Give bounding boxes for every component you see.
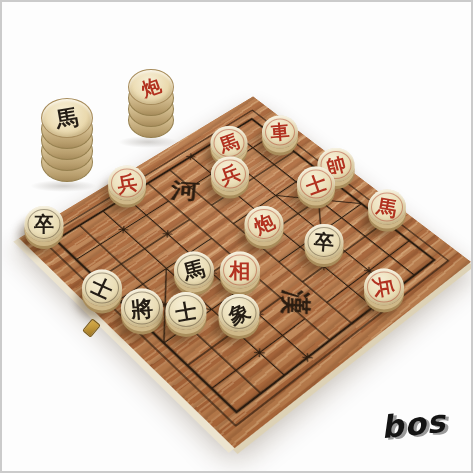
- watermark-text: bos: [379, 403, 447, 446]
- piece-character: 兵: [105, 162, 149, 203]
- stack-top-face: 馬: [41, 98, 93, 138]
- piece-character: 車: [261, 114, 300, 150]
- piece-character: 卒: [25, 206, 64, 242]
- piece-red: 兵: [364, 269, 404, 306]
- piece-character: 士: [163, 289, 210, 334]
- piece-stack-right: 炮: [128, 69, 174, 142]
- piece-red: 車: [262, 116, 298, 149]
- piece-character: 象: [212, 287, 265, 339]
- piece-red: 兵: [211, 157, 249, 192]
- piece-black: 馬: [174, 252, 214, 289]
- piece-stack-left: 馬: [41, 98, 93, 186]
- piece-character: 卒: [303, 222, 345, 261]
- piece-red: 相: [220, 252, 260, 289]
- piece-red: 馬: [368, 190, 406, 225]
- piece-black: 士: [166, 292, 207, 330]
- product-photo: 河漢 車馬帥兵兵士馬炮卒卒馬相兵士將士象 馬炮 bos: [0, 0, 473, 473]
- piece-character: 兵: [206, 151, 254, 197]
- stack-top-face: 炮: [128, 69, 174, 105]
- piece-character: 馬: [170, 247, 218, 293]
- piece-character: 將: [119, 287, 164, 330]
- piece-black: 卒: [305, 224, 344, 260]
- piece-red: 士: [297, 167, 335, 202]
- piece-character: 兵: [362, 264, 405, 310]
- piece-character: 相: [220, 252, 260, 289]
- piece-black: 將: [121, 289, 163, 328]
- piece-character: 馬: [365, 186, 409, 227]
- piece-red: 炮: [245, 206, 284, 242]
- piece-red: 兵: [108, 166, 146, 201]
- piece-black: 卒: [25, 206, 64, 242]
- piece-character: 炮: [239, 199, 290, 248]
- pieces-layer: 車馬帥兵兵士馬炮卒卒馬相兵士將士象: [2, 2, 471, 471]
- piece-black: 象: [219, 294, 260, 332]
- piece-black: 士: [82, 270, 122, 307]
